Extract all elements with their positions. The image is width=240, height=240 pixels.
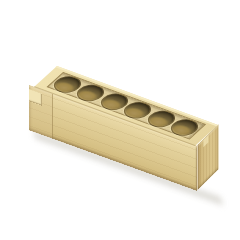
finger-joint-notch xyxy=(29,89,42,106)
wooden-mancala-box-photo xyxy=(0,0,240,240)
finger-joint-strip xyxy=(29,85,53,139)
